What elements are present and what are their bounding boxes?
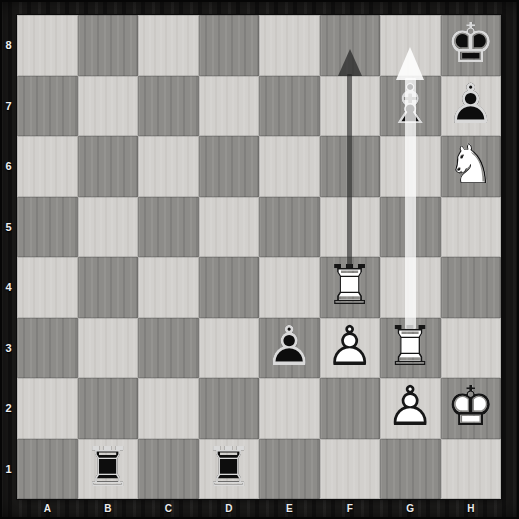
piece-white-knight-h6[interactable]: ♞♘	[441, 136, 502, 197]
square-e6[interactable]	[259, 136, 320, 197]
piece-black-rook-d1[interactable]: ♜♖	[199, 439, 260, 500]
square-a3[interactable]	[17, 318, 78, 379]
square-b3[interactable]	[78, 318, 139, 379]
square-c2[interactable]	[138, 378, 199, 439]
white-knight-outline: ♘	[446, 138, 495, 193]
square-d5[interactable]	[199, 197, 260, 258]
square-e5[interactable]	[259, 197, 320, 258]
square-a1[interactable]	[17, 439, 78, 500]
square-d7[interactable]	[199, 76, 260, 137]
file-label-f: F	[320, 499, 381, 519]
square-a7[interactable]	[17, 76, 78, 137]
square-h2[interactable]: ♚♔	[441, 378, 502, 439]
square-c6[interactable]	[138, 136, 199, 197]
file-label-e: E	[259, 499, 320, 519]
file-label-d: D	[199, 499, 260, 519]
piece-white-pawn-g2[interactable]: ♟♙	[380, 378, 441, 439]
rank-label-7: 7	[0, 76, 17, 137]
square-b5[interactable]	[78, 197, 139, 258]
black-king-outline: ♔	[446, 17, 495, 72]
square-b7[interactable]	[78, 76, 139, 137]
square-d4[interactable]	[199, 257, 260, 318]
square-e7[interactable]	[259, 76, 320, 137]
square-c7[interactable]	[138, 76, 199, 137]
rank-label-2: 2	[0, 378, 17, 439]
piece-black-pawn-h7[interactable]: ♟♙	[441, 76, 502, 137]
square-f1[interactable]	[320, 439, 381, 500]
square-e1[interactable]	[259, 439, 320, 500]
square-e3[interactable]: ♟♙	[259, 318, 320, 379]
rank-label-6: 6	[0, 136, 17, 197]
chess-board: ♚♔♝♗♟♙♞♘♜♖♟♙♟♙♜♖♟♙♚♔♜♖♜♖	[17, 15, 501, 499]
white-arrow-g3-g8-head	[396, 47, 424, 80]
square-g2[interactable]: ♟♙	[380, 378, 441, 439]
file-label-g: G	[380, 499, 441, 519]
square-d3[interactable]	[199, 318, 260, 379]
square-f2[interactable]	[320, 378, 381, 439]
square-c8[interactable]	[138, 15, 199, 76]
square-e8[interactable]	[259, 15, 320, 76]
piece-black-rook-b1[interactable]: ♜♖	[78, 439, 139, 500]
chess-board-frame: ♚♔♝♗♟♙♞♘♜♖♟♙♟♙♜♖♟♙♚♔♜♖♜♖ 87654321ABCDEFG…	[0, 0, 519, 519]
square-b8[interactable]	[78, 15, 139, 76]
square-b2[interactable]	[78, 378, 139, 439]
square-h5[interactable]	[441, 197, 502, 258]
piece-white-king-h2[interactable]: ♚♔	[441, 378, 502, 439]
file-label-a: A	[17, 499, 78, 519]
white-pawn-outline: ♙	[325, 319, 374, 374]
rank-label-4: 4	[0, 257, 17, 318]
square-c5[interactable]	[138, 197, 199, 258]
square-a5[interactable]	[17, 197, 78, 258]
square-b4[interactable]	[78, 257, 139, 318]
square-a6[interactable]	[17, 136, 78, 197]
square-c4[interactable]	[138, 257, 199, 318]
square-a2[interactable]	[17, 378, 78, 439]
square-a4[interactable]	[17, 257, 78, 318]
file-label-h: H	[441, 499, 502, 519]
square-h6[interactable]: ♞♘	[441, 136, 502, 197]
dark-arrow-f4-f8-shaft	[347, 74, 352, 268]
rank-label-1: 1	[0, 439, 17, 500]
square-h7[interactable]: ♟♙	[441, 76, 502, 137]
white-pawn-outline: ♙	[386, 380, 435, 435]
square-e4[interactable]	[259, 257, 320, 318]
square-b6[interactable]	[78, 136, 139, 197]
rank-label-5: 5	[0, 197, 17, 258]
square-h1[interactable]	[441, 439, 502, 500]
square-h8[interactable]: ♚♔	[441, 15, 502, 76]
rank-label-8: 8	[0, 15, 17, 76]
black-pawn-outline: ♙	[446, 77, 495, 132]
white-arrow-g3-g8-shaft	[405, 78, 416, 329]
square-c3[interactable]	[138, 318, 199, 379]
black-rook-outline: ♖	[204, 440, 253, 495]
square-h4[interactable]	[441, 257, 502, 318]
square-e2[interactable]	[259, 378, 320, 439]
square-d8[interactable]	[199, 15, 260, 76]
dark-arrow-f4-f8-head	[338, 49, 362, 76]
rank-label-3: 3	[0, 318, 17, 379]
square-g1[interactable]	[380, 439, 441, 500]
square-d6[interactable]	[199, 136, 260, 197]
square-h3[interactable]	[441, 318, 502, 379]
square-b1[interactable]: ♜♖	[78, 439, 139, 500]
file-label-b: B	[78, 499, 139, 519]
square-f3[interactable]: ♟♙	[320, 318, 381, 379]
piece-black-king-h8[interactable]: ♚♔	[441, 15, 502, 76]
white-king-outline: ♔	[446, 380, 495, 435]
square-c1[interactable]	[138, 439, 199, 500]
black-pawn-outline: ♙	[265, 319, 314, 374]
piece-white-pawn-f3[interactable]: ♟♙	[320, 318, 381, 379]
file-label-c: C	[138, 499, 199, 519]
square-a8[interactable]	[17, 15, 78, 76]
piece-black-pawn-e3[interactable]: ♟♙	[259, 318, 320, 379]
black-rook-outline: ♖	[83, 440, 132, 495]
square-d2[interactable]	[199, 378, 260, 439]
square-d1[interactable]: ♜♖	[199, 439, 260, 500]
